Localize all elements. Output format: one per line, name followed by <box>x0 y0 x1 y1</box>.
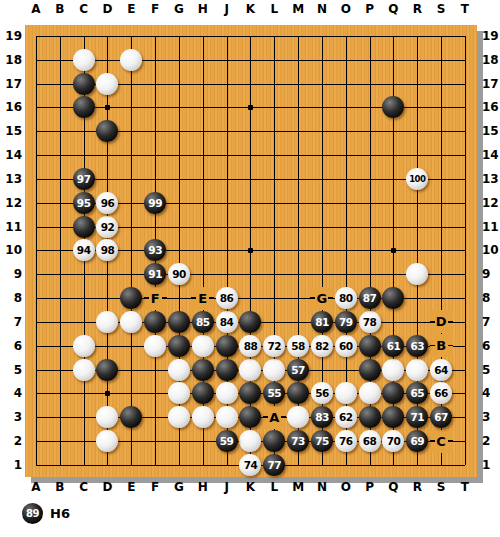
white-stone-N6: 82 <box>311 335 333 357</box>
white-stone-J3 <box>216 406 238 428</box>
black-stone-C12: 95 <box>73 192 95 214</box>
column-label-top: L <box>263 2 285 16</box>
column-label-bottom: D <box>96 480 118 494</box>
black-stone-O7: 79 <box>335 311 357 333</box>
black-stone-C16 <box>73 96 95 118</box>
row-label-left: 13 <box>0 171 22 187</box>
move-number: 67 <box>434 411 448 423</box>
white-stone-P4 <box>359 382 381 404</box>
row-label-left: 14 <box>0 147 22 163</box>
column-label-bottom: H <box>192 480 214 494</box>
row-label-left: 19 <box>0 28 22 44</box>
column-label-bottom: B <box>49 480 71 494</box>
column-label-top: H <box>192 2 214 16</box>
column-label-bottom: P <box>359 480 381 494</box>
column-label-top: C <box>73 2 95 16</box>
column-label-top: M <box>287 2 309 16</box>
point-label-text: G <box>317 291 328 306</box>
move-number: 88 <box>244 340 258 352</box>
column-label-bottom: E <box>120 480 142 494</box>
move-number: 99 <box>148 197 162 209</box>
move-number: 94 <box>77 244 91 256</box>
row-label-right: 5 <box>482 362 500 378</box>
move-number: 55 <box>267 387 281 399</box>
move-number: 70 <box>387 435 401 447</box>
move-number: 90 <box>172 268 186 280</box>
white-stone-J4 <box>216 382 238 404</box>
move-number: 79 <box>339 316 353 328</box>
column-label-bottom: G <box>168 480 190 494</box>
white-stone-S5: 64 <box>430 359 452 381</box>
black-stone-D5 <box>96 359 118 381</box>
move-number: 75 <box>315 435 329 447</box>
row-label-left: 9 <box>0 266 22 282</box>
star-point <box>248 105 253 110</box>
row-label-left: 2 <box>0 433 22 449</box>
column-label-top: A <box>25 2 47 16</box>
row-label-left: 11 <box>0 219 22 235</box>
move-number: 58 <box>291 340 305 352</box>
star-point <box>248 248 253 253</box>
point-label-D: D <box>430 310 453 333</box>
white-stone-R5 <box>406 359 428 381</box>
row-label-right: 13 <box>482 171 500 187</box>
white-stone-C6 <box>73 335 95 357</box>
row-label-right: 2 <box>482 433 500 449</box>
black-stone-P8: 87 <box>359 287 381 309</box>
row-label-right: 9 <box>482 266 500 282</box>
white-stone-P2: 68 <box>359 430 381 452</box>
point-label-F: F <box>144 287 167 310</box>
move-number: 80 <box>339 292 353 304</box>
white-stone-O2: 76 <box>335 430 357 452</box>
move-number: 86 <box>220 292 234 304</box>
star-point <box>105 391 110 396</box>
move-note-number: 89 <box>26 508 39 519</box>
column-label-bottom: A <box>25 480 47 494</box>
point-label-text: C <box>436 434 446 449</box>
black-stone-F12: 99 <box>144 192 166 214</box>
black-stone-P5 <box>359 359 381 381</box>
move-note: 89 H6 <box>22 501 70 525</box>
white-stone-H6 <box>192 335 214 357</box>
move-number: 97 <box>77 173 91 185</box>
black-stone-R6: 63 <box>406 335 428 357</box>
row-label-left: 5 <box>0 362 22 378</box>
row-label-left: 16 <box>0 99 22 115</box>
column-label-top: O <box>335 2 357 16</box>
row-label-right: 17 <box>482 76 500 92</box>
row-label-left: 15 <box>0 123 22 139</box>
white-stone-H3 <box>192 406 214 428</box>
point-label-text: B <box>436 338 446 353</box>
row-label-right: 8 <box>482 290 500 306</box>
move-number: 71 <box>410 411 424 423</box>
white-stone-C5 <box>73 359 95 381</box>
row-label-right: 6 <box>482 338 500 354</box>
move-number: 60 <box>339 340 353 352</box>
move-number: 69 <box>410 435 424 447</box>
column-label-bottom: O <box>335 480 357 494</box>
row-label-right: 7 <box>482 314 500 330</box>
move-number: 59 <box>220 435 234 447</box>
column-label-bottom: F <box>144 480 166 494</box>
black-stone-G6 <box>168 335 190 357</box>
white-stone-Q5 <box>382 359 404 381</box>
column-label-top: E <box>120 2 142 16</box>
move-number: 78 <box>363 316 377 328</box>
black-stone-P6 <box>359 335 381 357</box>
black-stone-P3 <box>359 406 381 428</box>
white-stone-F6 <box>144 335 166 357</box>
move-number: 83 <box>315 411 329 423</box>
move-number: 62 <box>339 411 353 423</box>
row-label-left: 10 <box>0 242 22 258</box>
column-label-bottom: T <box>454 480 476 494</box>
white-stone-J7: 84 <box>216 311 238 333</box>
black-stone-H7: 85 <box>192 311 214 333</box>
white-stone-D11: 92 <box>96 216 118 238</box>
column-label-top: K <box>239 2 261 16</box>
black-stone-J5 <box>216 359 238 381</box>
black-stone-C17 <box>73 73 95 95</box>
column-label-bottom: S <box>430 480 452 494</box>
move-number: 96 <box>101 197 115 209</box>
row-label-right: 15 <box>482 123 500 139</box>
star-point <box>105 105 110 110</box>
point-label-text: D <box>436 314 447 329</box>
grid-line-vertical <box>465 36 466 466</box>
row-label-right: 1 <box>482 457 500 473</box>
row-label-left: 4 <box>0 385 22 401</box>
move-number: 74 <box>244 459 258 471</box>
move-number: 63 <box>410 340 424 352</box>
point-label-C: C <box>430 430 453 453</box>
white-stone-E18 <box>120 49 142 71</box>
row-label-right: 4 <box>482 385 500 401</box>
move-number: 61 <box>387 340 401 352</box>
white-stone-C10: 94 <box>73 239 95 261</box>
move-number: 81 <box>315 316 329 328</box>
black-stone-H5 <box>192 359 214 381</box>
column-label-top: J <box>216 2 238 16</box>
black-stone-J2: 59 <box>216 430 238 452</box>
white-stone-O3: 62 <box>335 406 357 428</box>
move-number: 93 <box>148 244 162 256</box>
point-label-G: G <box>310 287 333 310</box>
move-note-coordinate: H6 <box>50 506 70 521</box>
star-point <box>391 248 396 253</box>
column-label-bottom: Q <box>382 480 404 494</box>
point-label-text: F <box>151 291 160 306</box>
row-label-left: 17 <box>0 76 22 92</box>
white-stone-O8: 80 <box>335 287 357 309</box>
move-number: 65 <box>410 387 424 399</box>
black-stone-F7 <box>144 311 166 333</box>
row-label-right: 16 <box>482 99 500 115</box>
column-label-top: N <box>311 2 333 16</box>
white-stone-M6: 58 <box>287 335 309 357</box>
row-label-left: 12 <box>0 195 22 211</box>
point-label-A: A <box>263 406 286 429</box>
row-label-left: 3 <box>0 409 22 425</box>
column-label-top: P <box>359 2 381 16</box>
row-label-right: 19 <box>482 28 500 44</box>
move-number: 56 <box>315 387 329 399</box>
move-number: 57 <box>291 364 305 376</box>
column-label-bottom: M <box>287 480 309 494</box>
row-label-left: 8 <box>0 290 22 306</box>
move-number: 76 <box>339 435 353 447</box>
column-label-top: G <box>168 2 190 16</box>
row-label-right: 11 <box>482 219 500 235</box>
column-label-top: S <box>430 2 452 16</box>
kifu-diagram: AABBCCDDEEFFGGHHJJKKLLMMNNOOPPQQRRSSTT19… <box>0 0 500 537</box>
point-label-E: E <box>191 287 214 310</box>
move-number: 85 <box>196 316 210 328</box>
move-number: 95 <box>77 197 91 209</box>
white-stone-G5 <box>168 359 190 381</box>
move-number: 84 <box>220 316 234 328</box>
column-label-top: T <box>454 2 476 16</box>
move-number: 82 <box>315 340 329 352</box>
move-number: 72 <box>267 340 281 352</box>
row-label-right: 10 <box>482 242 500 258</box>
white-stone-O6: 60 <box>335 335 357 357</box>
black-stone-J6 <box>216 335 238 357</box>
row-label-left: 6 <box>0 338 22 354</box>
black-stone-G7 <box>168 311 190 333</box>
column-label-bottom: R <box>406 480 428 494</box>
white-stone-P7: 78 <box>359 311 381 333</box>
black-stone-C13: 97 <box>73 168 95 190</box>
white-stone-J8: 86 <box>216 287 238 309</box>
move-number: 66 <box>434 387 448 399</box>
row-label-left: 18 <box>0 52 22 68</box>
black-stone-M5: 57 <box>287 359 309 381</box>
row-label-left: 7 <box>0 314 22 330</box>
column-label-bottom: K <box>239 480 261 494</box>
point-label-text: E <box>198 291 207 306</box>
move-number: 92 <box>101 221 115 233</box>
white-stone-L6: 72 <box>263 335 285 357</box>
white-stone-L5 <box>263 359 285 381</box>
white-stone-D17 <box>96 73 118 95</box>
move-number: 87 <box>363 292 377 304</box>
move-number: 77 <box>267 459 281 471</box>
row-label-right: 12 <box>482 195 500 211</box>
move-number: 91 <box>148 268 162 280</box>
column-label-bottom: L <box>263 480 285 494</box>
row-label-right: 18 <box>482 52 500 68</box>
column-label-bottom: C <box>73 480 95 494</box>
column-label-top: B <box>49 2 71 16</box>
move-number: 68 <box>363 435 377 447</box>
move-number: 73 <box>291 435 305 447</box>
move-number: 100 <box>409 174 425 184</box>
row-label-left: 1 <box>0 457 22 473</box>
black-stone-C11 <box>73 216 95 238</box>
column-label-bottom: N <box>311 480 333 494</box>
white-stone-K5 <box>239 359 261 381</box>
move-number: 98 <box>101 244 115 256</box>
column-label-top: D <box>96 2 118 16</box>
grid-line-horizontal <box>36 274 466 275</box>
column-label-top: F <box>144 2 166 16</box>
white-stone-C18 <box>73 49 95 71</box>
column-label-top: Q <box>382 2 404 16</box>
column-label-top: R <box>406 2 428 16</box>
black-stone-N7: 81 <box>311 311 333 333</box>
move-number: 64 <box>434 364 448 376</box>
black-stone-N2: 75 <box>311 430 333 452</box>
point-label-B: B <box>430 334 453 357</box>
point-label-text: A <box>269 410 279 425</box>
move-note-stone: 89 <box>22 503 43 524</box>
row-label-right: 3 <box>482 409 500 425</box>
column-label-bottom: J <box>216 480 238 494</box>
row-label-right: 14 <box>482 147 500 163</box>
